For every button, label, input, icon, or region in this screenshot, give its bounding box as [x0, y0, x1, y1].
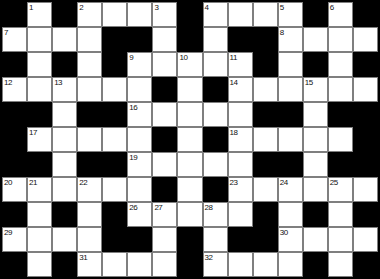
clue-number-16: 16 — [129, 103, 137, 112]
cell-r4c8[interactable] — [177, 77, 202, 102]
black-cell-r8c9 — [203, 177, 228, 202]
cell-r8c6[interactable] — [127, 177, 152, 202]
clue-number-25: 25 — [330, 178, 338, 187]
clue-number-22: 22 — [79, 178, 87, 187]
cell-r8c4[interactable]: 22 — [77, 177, 102, 202]
black-cell-r5c15 — [353, 102, 378, 127]
cell-r10c9[interactable] — [203, 227, 228, 252]
crossword-board: 1234567891011121314151617181920212223242… — [2, 2, 378, 277]
clue-number-21: 21 — [29, 178, 37, 187]
black-cell-r3c11 — [253, 52, 278, 77]
cell-r9c10[interactable] — [228, 202, 253, 227]
cell-r4c15[interactable] — [353, 77, 378, 102]
cell-r6c12[interactable] — [278, 127, 303, 152]
black-cell-r6c9 — [203, 127, 228, 152]
cell-r9c14[interactable] — [328, 202, 353, 227]
cell-r10c4[interactable] — [77, 227, 102, 252]
cell-r2c12[interactable]: 8 — [278, 27, 303, 52]
cell-r3c2[interactable] — [27, 52, 52, 77]
black-cell-r1c1 — [2, 2, 27, 27]
black-cell-r2c10 — [228, 27, 253, 52]
cell-r11c14[interactable] — [328, 252, 353, 277]
cell-r7c10[interactable] — [228, 152, 253, 177]
cell-r10c15[interactable] — [353, 227, 378, 252]
cell-r11c6[interactable] — [127, 252, 152, 277]
clue-number-8: 8 — [280, 28, 284, 37]
black-cell-r7c15 — [353, 152, 378, 177]
clue-number-3: 3 — [154, 3, 158, 12]
cell-r6c10[interactable]: 18 — [228, 127, 253, 152]
black-cell-r10c11 — [253, 227, 278, 252]
cell-r4c1[interactable]: 12 — [2, 77, 27, 102]
clue-number-13: 13 — [54, 78, 62, 87]
cell-r4c4[interactable] — [77, 77, 102, 102]
black-cell-r9c5 — [102, 202, 127, 227]
cell-r3c10[interactable]: 11 — [228, 52, 253, 77]
cell-r2c7[interactable] — [152, 27, 177, 52]
black-cell-r8c7 — [152, 177, 177, 202]
cell-r2c14[interactable] — [328, 27, 353, 52]
cell-r6c3[interactable] — [52, 127, 77, 152]
cell-r4c11[interactable] — [253, 77, 278, 102]
clue-number-19: 19 — [129, 153, 137, 162]
black-cell-r1c8 — [177, 2, 202, 27]
black-cell-r1c13 — [303, 2, 328, 27]
clue-number-17: 17 — [29, 128, 37, 137]
cell-r8c3[interactable] — [52, 177, 77, 202]
clue-number-20: 20 — [4, 178, 12, 187]
cell-r8c5[interactable] — [102, 177, 127, 202]
cell-r11c5[interactable] — [102, 252, 127, 277]
black-cell-r9c3 — [52, 202, 77, 227]
cell-r9c6[interactable]: 26 — [127, 202, 152, 227]
black-cell-r10c10 — [228, 227, 253, 252]
black-cell-r10c6 — [127, 227, 152, 252]
cell-r2c9[interactable] — [203, 27, 228, 52]
cell-r11c7[interactable] — [152, 252, 177, 277]
black-cell-r9c1 — [2, 202, 27, 227]
black-cell-r7c5 — [102, 152, 127, 177]
cell-r8c14[interactable]: 25 — [328, 177, 353, 202]
cell-r9c2[interactable] — [27, 202, 52, 227]
cell-r3c8[interactable]: 10 — [177, 52, 202, 77]
clue-number-4: 4 — [205, 3, 209, 12]
cell-r6c4[interactable] — [77, 127, 102, 152]
cell-r4c5[interactable] — [102, 77, 127, 102]
cell-r5c6[interactable]: 16 — [127, 102, 152, 127]
cell-r4c14[interactable] — [328, 77, 353, 102]
cell-r9c4[interactable] — [77, 202, 102, 227]
black-cell-r3c5 — [102, 52, 127, 77]
black-cell-r10c5 — [102, 227, 127, 252]
clue-number-30: 30 — [280, 228, 288, 237]
cell-r11c4[interactable]: 31 — [77, 252, 102, 277]
cell-r6c5[interactable] — [102, 127, 127, 152]
clue-number-1: 1 — [29, 3, 33, 12]
cell-r4c3[interactable]: 13 — [52, 77, 77, 102]
cell-r7c7[interactable] — [152, 152, 177, 177]
cell-r1c12[interactable]: 5 — [278, 2, 303, 27]
black-cell-r4c7 — [152, 77, 177, 102]
black-cell-r2c11 — [253, 27, 278, 52]
cell-r11c11[interactable] — [253, 252, 278, 277]
black-cell-r7c14 — [328, 152, 353, 177]
black-cell-r2c5 — [102, 27, 127, 52]
clue-number-10: 10 — [179, 53, 187, 62]
clue-number-24: 24 — [280, 178, 288, 187]
black-cell-r1c3 — [52, 2, 77, 27]
black-cell-r6c1 — [2, 127, 27, 152]
clue-number-12: 12 — [4, 78, 12, 87]
cell-r8c10[interactable]: 23 — [228, 177, 253, 202]
black-cell-r5c4 — [77, 102, 102, 127]
cell-r4c13[interactable]: 15 — [303, 77, 328, 102]
cell-r6c8[interactable] — [177, 127, 202, 152]
cell-r1c9[interactable]: 4 — [203, 2, 228, 27]
black-cell-r7c4 — [77, 152, 102, 177]
cell-r2c15[interactable] — [353, 27, 378, 52]
clue-number-6: 6 — [330, 3, 334, 12]
black-cell-r5c11 — [253, 102, 278, 127]
cell-r8c15[interactable] — [353, 177, 378, 202]
clue-number-32: 32 — [205, 253, 213, 262]
cell-r8c13[interactable] — [303, 177, 328, 202]
black-cell-r6c15 — [353, 127, 378, 152]
cell-r7c13[interactable] — [303, 152, 328, 177]
black-cell-r9c11 — [253, 202, 278, 227]
black-cell-r11c1 — [2, 252, 27, 277]
black-cell-r5c1 — [2, 102, 27, 127]
crossword-frame: 1234567891011121314151617181920212223242… — [0, 0, 380, 279]
cell-r2c3[interactable] — [52, 27, 77, 52]
clue-number-28: 28 — [205, 203, 213, 212]
clue-number-29: 29 — [4, 228, 12, 237]
cell-r8c11[interactable] — [253, 177, 278, 202]
cell-r6c11[interactable] — [253, 127, 278, 152]
cell-r7c6[interactable]: 19 — [127, 152, 152, 177]
cell-r4c10[interactable]: 14 — [228, 77, 253, 102]
clue-number-7: 7 — [4, 28, 8, 37]
black-cell-r10c8 — [177, 227, 202, 252]
cell-r1c2[interactable]: 1 — [27, 2, 52, 27]
black-cell-r3c15 — [353, 52, 378, 77]
black-cell-r5c12 — [278, 102, 303, 127]
cell-r1c11[interactable] — [253, 2, 278, 27]
cell-r4c12[interactable] — [278, 77, 303, 102]
cell-r3c12[interactable] — [278, 52, 303, 77]
cell-r7c9[interactable] — [203, 152, 228, 177]
cell-r9c12[interactable] — [278, 202, 303, 227]
black-cell-r3c3 — [52, 52, 77, 77]
cell-r6c6[interactable] — [127, 127, 152, 152]
cell-r9c7[interactable]: 27 — [152, 202, 177, 227]
black-cell-r11c8 — [177, 252, 202, 277]
cell-r11c12[interactable] — [278, 252, 303, 277]
black-cell-r7c1 — [2, 152, 27, 177]
cell-r4c2[interactable] — [27, 77, 52, 102]
cell-r1c5[interactable] — [102, 2, 127, 27]
black-cell-r6c7 — [152, 127, 177, 152]
cell-r2c1[interactable]: 7 — [2, 27, 27, 52]
cell-r6c2[interactable]: 17 — [27, 127, 52, 152]
cell-r10c7[interactable] — [152, 227, 177, 252]
cell-r11c2[interactable] — [27, 252, 52, 277]
cell-r4c6[interactable] — [127, 77, 152, 102]
cell-r1c6[interactable] — [127, 2, 152, 27]
clue-number-18: 18 — [230, 128, 238, 137]
cell-r10c13[interactable] — [303, 227, 328, 252]
clue-number-31: 31 — [79, 253, 87, 262]
cell-r10c2[interactable] — [27, 227, 52, 252]
black-cell-r7c12 — [278, 152, 303, 177]
cell-r3c9[interactable] — [203, 52, 228, 77]
cell-r8c8[interactable] — [177, 177, 202, 202]
black-cell-r11c3 — [52, 252, 77, 277]
cell-r7c3[interactable] — [52, 152, 77, 177]
clue-number-11: 11 — [230, 53, 237, 62]
cell-r1c10[interactable] — [228, 2, 253, 27]
cell-r5c10[interactable] — [228, 102, 253, 127]
black-cell-r11c15 — [353, 252, 378, 277]
cell-r6c13[interactable] — [303, 127, 328, 152]
cell-r3c7[interactable] — [152, 52, 177, 77]
clue-number-14: 14 — [230, 78, 238, 87]
cell-r5c8[interactable] — [177, 102, 202, 127]
cell-r7c8[interactable] — [177, 152, 202, 177]
cell-r11c10[interactable] — [228, 252, 253, 277]
black-cell-r9c13 — [303, 202, 328, 227]
cell-r1c14[interactable]: 6 — [328, 2, 353, 27]
black-cell-r3c13 — [303, 52, 328, 77]
cell-r2c4[interactable] — [77, 27, 102, 52]
cell-r9c9[interactable]: 28 — [203, 202, 228, 227]
black-cell-r3c1 — [2, 52, 27, 77]
cell-r8c2[interactable]: 21 — [27, 177, 52, 202]
clue-number-26: 26 — [129, 203, 137, 212]
cell-r2c2[interactable] — [27, 27, 52, 52]
black-cell-r1c15 — [353, 2, 378, 27]
black-cell-r5c2 — [27, 102, 52, 127]
black-cell-r4c9 — [203, 77, 228, 102]
cell-r3c6[interactable]: 9 — [127, 52, 152, 77]
cell-r8c1[interactable]: 20 — [2, 177, 27, 202]
black-cell-r5c14 — [328, 102, 353, 127]
cell-r10c14[interactable] — [328, 227, 353, 252]
cell-r10c1[interactable]: 29 — [2, 227, 27, 252]
cell-r11c9[interactable]: 32 — [203, 252, 228, 277]
cell-r1c4[interactable]: 2 — [77, 2, 102, 27]
clue-number-15: 15 — [305, 78, 313, 87]
clue-number-5: 5 — [280, 3, 284, 12]
cell-r10c3[interactable] — [52, 227, 77, 252]
black-cell-r7c11 — [253, 152, 278, 177]
cell-r5c9[interactable] — [203, 102, 228, 127]
black-cell-r5c5 — [102, 102, 127, 127]
cell-r3c14[interactable] — [328, 52, 353, 77]
cell-r9c8[interactable] — [177, 202, 202, 227]
cell-r8c12[interactable]: 24 — [278, 177, 303, 202]
black-cell-r2c8 — [177, 27, 202, 52]
black-cell-r11c13 — [303, 252, 328, 277]
black-cell-r9c15 — [353, 202, 378, 227]
cell-r5c7[interactable] — [152, 102, 177, 127]
clue-number-9: 9 — [129, 53, 133, 62]
black-cell-r7c2 — [27, 152, 52, 177]
cell-r2c13[interactable] — [303, 27, 328, 52]
cell-r6c14[interactable] — [328, 127, 353, 152]
cell-r1c7[interactable]: 3 — [152, 2, 177, 27]
cell-r5c13[interactable] — [303, 102, 328, 127]
cell-r5c3[interactable] — [52, 102, 77, 127]
cell-r3c4[interactable] — [77, 52, 102, 77]
clue-number-27: 27 — [154, 203, 162, 212]
clue-number-2: 2 — [79, 3, 83, 12]
black-cell-r2c6 — [127, 27, 152, 52]
clue-number-23: 23 — [230, 178, 238, 187]
cell-r10c12[interactable]: 30 — [278, 227, 303, 252]
